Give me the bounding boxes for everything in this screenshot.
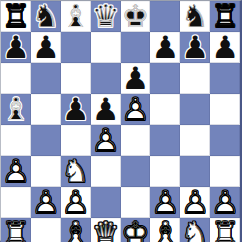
square-f6[interactable] — [150, 63, 180, 94]
square-f7[interactable]: ♟ — [150, 32, 180, 63]
square-c8[interactable]: ♝♗ — [61, 1, 91, 32]
black-pawn-glyph: ♟ — [62, 94, 90, 125]
square-g3[interactable] — [180, 156, 210, 187]
black-pawn-glyph: ♟ — [92, 94, 120, 125]
black-pawn-glyph: ♟ — [122, 63, 150, 94]
white-pawn-glyph: ♟ — [211, 187, 239, 218]
white-pawn-detail: ♙ — [151, 187, 179, 218]
white-king-detail: ♔ — [122, 218, 150, 242]
white-rook-detail: ♖ — [211, 218, 239, 242]
black-pawn-glyph: ♟ — [2, 32, 30, 63]
square-d6[interactable] — [91, 63, 121, 94]
square-h1[interactable]: ♜♖ — [210, 218, 240, 242]
black-rook-glyph: ♜ — [211, 1, 239, 32]
square-c7[interactable] — [61, 32, 91, 63]
white-rook[interactable]: ♜♖ — [1, 218, 31, 242]
white-pawn[interactable]: ♟♙ — [180, 187, 210, 218]
white-pawn-glyph: ♟ — [122, 94, 150, 125]
white-pawn[interactable]: ♟♙ — [150, 187, 180, 218]
white-knight[interactable]: ♞♘ — [180, 218, 210, 242]
square-e5[interactable]: ♟♙ — [121, 94, 151, 125]
black-knight-detail: ♘ — [181, 1, 209, 32]
square-g6[interactable] — [180, 63, 210, 94]
square-d1[interactable]: ♛♕ — [91, 218, 121, 242]
square-c3[interactable]: ♞♘ — [61, 156, 91, 187]
square-g1[interactable]: ♞♘ — [180, 218, 210, 242]
white-pawn-glyph: ♟ — [181, 187, 209, 218]
black-rook[interactable]: ♜♖ — [210, 1, 240, 32]
white-knight-detail: ♘ — [62, 156, 90, 187]
square-f3[interactable] — [150, 156, 180, 187]
square-a8[interactable]: ♜♖ — [1, 1, 31, 32]
square-d2[interactable] — [91, 187, 121, 218]
white-pawn-glyph: ♟ — [92, 125, 120, 156]
white-queen-detail: ♕ — [92, 218, 120, 242]
black-bishop-glyph: ♝ — [62, 1, 90, 32]
square-c5[interactable]: ♟ — [61, 94, 91, 125]
square-a7[interactable]: ♟ — [1, 32, 31, 63]
square-h3[interactable] — [210, 156, 240, 187]
square-h5[interactable] — [210, 94, 240, 125]
black-pawn-glyph: ♟ — [32, 32, 60, 63]
square-b7[interactable]: ♟ — [31, 32, 61, 63]
white-pawn-glyph: ♟ — [151, 187, 179, 218]
white-queen-glyph: ♛ — [92, 218, 120, 242]
square-f8[interactable] — [150, 1, 180, 32]
white-bishop[interactable]: ♝♗ — [150, 218, 180, 242]
square-c4[interactable] — [61, 125, 91, 156]
square-b6[interactable] — [31, 63, 61, 94]
square-b5[interactable] — [31, 94, 61, 125]
black-rook-detail: ♖ — [211, 1, 239, 32]
white-pawn[interactable]: ♟♙ — [1, 156, 31, 187]
black-rook-detail: ♖ — [2, 1, 30, 32]
white-king-glyph: ♚ — [122, 218, 150, 242]
square-b2[interactable]: ♟♙ — [31, 187, 61, 218]
black-knight-glyph: ♞ — [32, 1, 60, 32]
black-pawn[interactable]: ♟ — [31, 32, 61, 63]
black-knight[interactable]: ♞♘ — [180, 1, 210, 32]
square-e6[interactable]: ♟ — [121, 63, 151, 94]
black-king[interactable]: ♚♔ — [121, 1, 151, 32]
square-d8[interactable]: ♛♕ — [91, 1, 121, 32]
white-pawn[interactable]: ♟♙ — [121, 94, 151, 125]
square-b8[interactable]: ♞♘ — [31, 1, 61, 32]
square-g8[interactable]: ♞♘ — [180, 1, 210, 32]
black-pawn-glyph: ♟ — [151, 32, 179, 63]
black-pawn[interactable]: ♟ — [180, 32, 210, 63]
square-b4[interactable] — [31, 125, 61, 156]
white-pawn-glyph: ♟ — [2, 156, 30, 187]
white-pawn[interactable]: ♟♙ — [61, 187, 91, 218]
white-knight-glyph: ♞ — [62, 156, 90, 187]
black-pawn-glyph: ♟ — [211, 32, 239, 63]
white-queen[interactable]: ♛♕ — [91, 218, 121, 242]
square-g7[interactable]: ♟ — [180, 32, 210, 63]
square-d4[interactable]: ♟♙ — [91, 125, 121, 156]
black-king-detail: ♔ — [122, 1, 150, 32]
white-rook-glyph: ♜ — [2, 218, 30, 242]
white-pawn-detail: ♙ — [92, 125, 120, 156]
black-pawn[interactable]: ♟ — [150, 32, 180, 63]
black-bishop-glyph: ♝ — [2, 94, 30, 125]
black-bishop[interactable]: ♝♗ — [1, 94, 31, 125]
black-pawn[interactable]: ♟ — [61, 94, 91, 125]
square-f1[interactable]: ♝♗ — [150, 218, 180, 242]
white-knight[interactable]: ♞♘ — [61, 156, 91, 187]
square-g2[interactable]: ♟♙ — [180, 187, 210, 218]
black-queen-glyph: ♛ — [92, 1, 120, 32]
white-bishop-glyph: ♝ — [62, 218, 90, 242]
black-knight[interactable]: ♞♘ — [31, 1, 61, 32]
black-pawn[interactable]: ♟ — [91, 94, 121, 125]
square-a2[interactable] — [1, 187, 31, 218]
square-e3[interactable] — [121, 156, 151, 187]
white-pawn-detail: ♙ — [2, 156, 30, 187]
black-queen-detail: ♕ — [92, 1, 120, 32]
square-g4[interactable] — [180, 125, 210, 156]
white-pawn-detail: ♙ — [181, 187, 209, 218]
square-d5[interactable]: ♟ — [91, 94, 121, 125]
square-a6[interactable] — [1, 63, 31, 94]
white-bishop[interactable]: ♝♗ — [61, 218, 91, 242]
square-h2[interactable]: ♟♙ — [210, 187, 240, 218]
square-c2[interactable]: ♟♙ — [61, 187, 91, 218]
square-h6[interactable] — [210, 63, 240, 94]
white-pawn-glyph: ♟ — [62, 187, 90, 218]
square-b1[interactable] — [31, 218, 61, 242]
square-a4[interactable] — [1, 125, 31, 156]
square-e7[interactable] — [121, 32, 151, 63]
black-pawn[interactable]: ♟ — [121, 63, 151, 94]
black-rook[interactable]: ♜♖ — [1, 1, 31, 32]
white-pawn-detail: ♙ — [211, 187, 239, 218]
square-a5[interactable]: ♝♗ — [1, 94, 31, 125]
square-h4[interactable] — [210, 125, 240, 156]
square-e1[interactable]: ♚♔ — [121, 218, 151, 242]
black-pawn[interactable]: ♟ — [1, 32, 31, 63]
square-b3[interactable] — [31, 156, 61, 187]
white-bishop-detail: ♗ — [62, 218, 90, 242]
white-pawn-glyph: ♟ — [32, 187, 60, 218]
black-knight-glyph: ♞ — [181, 1, 209, 32]
square-a3[interactable]: ♟♙ — [1, 156, 31, 187]
white-rook-detail: ♖ — [2, 218, 30, 242]
square-c1[interactable]: ♝♗ — [61, 218, 91, 242]
black-bishop-detail: ♗ — [62, 1, 90, 32]
white-pawn-detail: ♙ — [122, 94, 150, 125]
white-pawn-detail: ♙ — [32, 187, 60, 218]
square-d7[interactable] — [91, 32, 121, 63]
black-king-glyph: ♚ — [122, 1, 150, 32]
black-pawn-glyph: ♟ — [181, 32, 209, 63]
white-pawn[interactable]: ♟♙ — [31, 187, 61, 218]
white-bishop-detail: ♗ — [151, 218, 179, 242]
white-pawn-detail: ♙ — [62, 187, 90, 218]
square-a1[interactable]: ♜♖ — [1, 218, 31, 242]
black-bishop[interactable]: ♝♗ — [61, 1, 91, 32]
white-rook-glyph: ♜ — [211, 218, 239, 242]
square-h7[interactable]: ♟ — [210, 32, 240, 63]
black-knight-detail: ♘ — [32, 1, 60, 32]
black-rook-glyph: ♜ — [2, 1, 30, 32]
square-f2[interactable]: ♟♙ — [150, 187, 180, 218]
white-king[interactable]: ♚♔ — [121, 218, 151, 242]
chess-board: ♜♖♞♘♝♗♛♕♚♔♞♘♜♖♟♟♟♟♟♟♝♗♟♟♟♙♟♙♟♙♞♘♟♙♟♙♟♙♟♙… — [0, 0, 242, 242]
square-f4[interactable] — [150, 125, 180, 156]
square-d3[interactable] — [91, 156, 121, 187]
square-h8[interactable]: ♜♖ — [210, 1, 240, 32]
square-c6[interactable] — [61, 63, 91, 94]
black-pawn[interactable]: ♟ — [210, 32, 240, 63]
square-g5[interactable] — [180, 94, 210, 125]
white-pawn[interactable]: ♟♙ — [91, 125, 121, 156]
square-f5[interactable] — [150, 94, 180, 125]
black-queen[interactable]: ♛♕ — [91, 1, 121, 32]
black-bishop-detail: ♗ — [2, 94, 30, 125]
square-e8[interactable]: ♚♔ — [121, 1, 151, 32]
white-knight-glyph: ♞ — [181, 218, 209, 242]
white-pawn[interactable]: ♟♙ — [210, 187, 240, 218]
white-knight-detail: ♘ — [181, 218, 209, 242]
square-e4[interactable] — [121, 125, 151, 156]
square-e2[interactable] — [121, 187, 151, 218]
white-rook[interactable]: ♜♖ — [210, 218, 240, 242]
white-bishop-glyph: ♝ — [151, 218, 179, 242]
